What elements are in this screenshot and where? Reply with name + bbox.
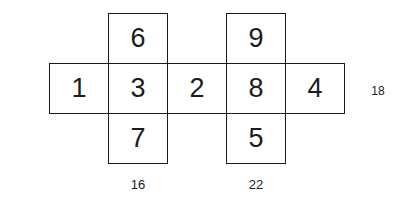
cell-r2c1: 1 <box>49 63 109 114</box>
cell-r1c4: 9 <box>226 13 286 64</box>
right-column-sum-label: 22 <box>226 177 286 192</box>
cell-r2c2: 3 <box>108 63 168 114</box>
left-column-sum-label: 16 <box>108 177 168 192</box>
cell-r3c2: 7 <box>108 113 168 164</box>
cell-r1c2: 6 <box>108 13 168 64</box>
cell-r2c5: 4 <box>285 63 345 114</box>
cell-r2c4: 8 <box>226 63 286 114</box>
puzzle-board: 6 9 1 3 2 8 4 7 5 18 16 22 <box>0 0 408 208</box>
cell-r3c4: 5 <box>226 113 286 164</box>
row-sum-label: 18 <box>364 84 392 98</box>
cell-r2c3: 2 <box>167 63 227 114</box>
